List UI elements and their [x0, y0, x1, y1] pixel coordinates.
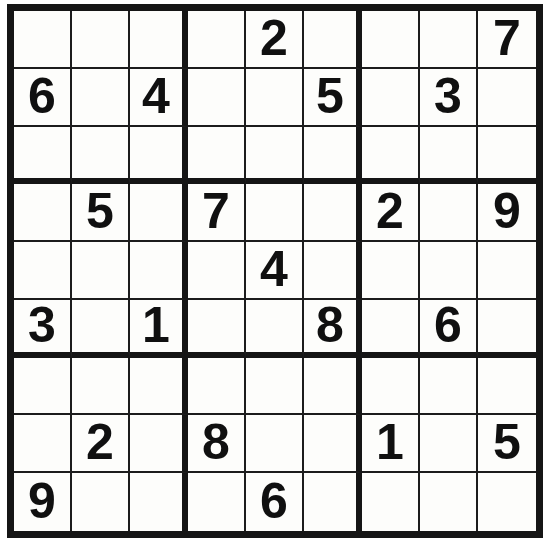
given-digit: 3 [28, 300, 56, 350]
sudoku-cell-r6c9[interactable] [478, 300, 536, 358]
sudoku-cell-r2c2[interactable] [72, 69, 130, 127]
sudoku-cell-r5c6[interactable] [304, 242, 362, 300]
sudoku-cell-r6c5[interactable] [246, 300, 304, 358]
sudoku-cell-r7c3[interactable] [130, 358, 188, 416]
given-digit: 8 [202, 417, 230, 467]
sudoku-cell-r8c4[interactable]: 8 [188, 415, 246, 473]
sudoku-cell-r3c5[interactable] [246, 127, 304, 185]
sudoku-cell-r3c3[interactable] [130, 127, 188, 185]
given-digit: 5 [86, 186, 114, 236]
given-digit: 6 [434, 300, 462, 350]
sudoku-cell-r2c1[interactable]: 6 [14, 69, 72, 127]
sudoku-cell-r9c8[interactable] [420, 473, 478, 531]
sudoku-cell-r4c4[interactable]: 7 [188, 184, 246, 242]
sudoku-cell-r7c4[interactable] [188, 358, 246, 416]
sudoku-cell-r1c7[interactable] [362, 11, 420, 69]
sudoku-cell-r5c5[interactable]: 4 [246, 242, 304, 300]
sudoku-cell-r9c6[interactable] [304, 473, 362, 531]
given-digit: 7 [493, 13, 521, 63]
sudoku-cell-r7c6[interactable] [304, 358, 362, 416]
sudoku-cell-r4c5[interactable] [246, 184, 304, 242]
sudoku-cell-r4c8[interactable] [420, 184, 478, 242]
sudoku-cell-r3c6[interactable] [304, 127, 362, 185]
sudoku-cell-r7c1[interactable] [14, 358, 72, 416]
sudoku-cell-r6c4[interactable] [188, 300, 246, 358]
sudoku-cell-r9c2[interactable] [72, 473, 130, 531]
sudoku-cell-r2c7[interactable] [362, 69, 420, 127]
sudoku-cell-r6c6[interactable]: 8 [304, 300, 362, 358]
sudoku-cell-r5c7[interactable] [362, 242, 420, 300]
sudoku-cell-r9c3[interactable] [130, 473, 188, 531]
sudoku-cell-r1c8[interactable] [420, 11, 478, 69]
given-digit: 7 [202, 186, 230, 236]
sudoku-cell-r2c3[interactable]: 4 [130, 69, 188, 127]
sudoku-cell-r8c1[interactable] [14, 415, 72, 473]
given-digit: 1 [142, 300, 170, 350]
sudoku-cell-r5c3[interactable] [130, 242, 188, 300]
sudoku-cell-r4c3[interactable] [130, 184, 188, 242]
sudoku-cell-r1c3[interactable] [130, 11, 188, 69]
sudoku-cell-r3c8[interactable] [420, 127, 478, 185]
sudoku-cell-r9c9[interactable] [478, 473, 536, 531]
sudoku-cell-r6c2[interactable] [72, 300, 130, 358]
sudoku-cell-r2c9[interactable] [478, 69, 536, 127]
sudoku-cell-r3c1[interactable] [14, 127, 72, 185]
sudoku-cell-r6c8[interactable]: 6 [420, 300, 478, 358]
sudoku-cell-r7c9[interactable] [478, 358, 536, 416]
sudoku-cell-r3c4[interactable] [188, 127, 246, 185]
sudoku-cell-r5c9[interactable] [478, 242, 536, 300]
given-digit: 4 [142, 71, 170, 121]
given-digit: 8 [316, 300, 344, 350]
sudoku-cell-r3c2[interactable] [72, 127, 130, 185]
sudoku-cell-r8c9[interactable]: 5 [478, 415, 536, 473]
sudoku-cell-r4c7[interactable]: 2 [362, 184, 420, 242]
sudoku-cell-r1c2[interactable] [72, 11, 130, 69]
sudoku-cell-r9c7[interactable] [362, 473, 420, 531]
sudoku-cell-r4c1[interactable] [14, 184, 72, 242]
sudoku-cell-r5c1[interactable] [14, 242, 72, 300]
sudoku-cell-r8c6[interactable] [304, 415, 362, 473]
sudoku-cell-r9c1[interactable]: 9 [14, 473, 72, 531]
given-digit: 5 [493, 417, 521, 467]
sudoku-cell-r7c8[interactable] [420, 358, 478, 416]
sudoku-cell-r8c7[interactable]: 1 [362, 415, 420, 473]
given-digit: 9 [28, 476, 56, 526]
sudoku-cell-r4c9[interactable]: 9 [478, 184, 536, 242]
given-digit: 6 [260, 476, 288, 526]
sudoku-cell-r5c2[interactable] [72, 242, 130, 300]
sudoku-page: 276453572943186281596 [0, 0, 550, 547]
sudoku-cell-r8c2[interactable]: 2 [72, 415, 130, 473]
sudoku-cell-r5c8[interactable] [420, 242, 478, 300]
sudoku-cell-r2c5[interactable] [246, 69, 304, 127]
given-digit: 1 [376, 417, 404, 467]
sudoku-cell-r2c8[interactable]: 3 [420, 69, 478, 127]
sudoku-cell-r2c6[interactable]: 5 [304, 69, 362, 127]
sudoku-cell-r9c4[interactable] [188, 473, 246, 531]
sudoku-cell-r1c1[interactable] [14, 11, 72, 69]
sudoku-cell-r7c7[interactable] [362, 358, 420, 416]
sudoku-cell-r1c5[interactable]: 2 [246, 11, 304, 69]
given-digit: 4 [260, 244, 288, 294]
sudoku-cell-r2c4[interactable] [188, 69, 246, 127]
sudoku-cell-r1c9[interactable]: 7 [478, 11, 536, 69]
sudoku-cell-r3c9[interactable] [478, 127, 536, 185]
sudoku-cell-r5c4[interactable] [188, 242, 246, 300]
given-digit: 2 [376, 186, 404, 236]
sudoku-cell-r3c7[interactable] [362, 127, 420, 185]
given-digit: 9 [493, 186, 521, 236]
sudoku-cell-r7c5[interactable] [246, 358, 304, 416]
given-digit: 2 [260, 13, 288, 63]
sudoku-cell-r7c2[interactable] [72, 358, 130, 416]
sudoku-cell-r8c8[interactable] [420, 415, 478, 473]
sudoku-cell-r1c4[interactable] [188, 11, 246, 69]
sudoku-cell-r6c7[interactable] [362, 300, 420, 358]
given-digit: 5 [316, 71, 344, 121]
sudoku-cell-r8c5[interactable] [246, 415, 304, 473]
given-digit: 6 [28, 71, 56, 121]
sudoku-cell-r6c3[interactable]: 1 [130, 300, 188, 358]
sudoku-cell-r9c5[interactable]: 6 [246, 473, 304, 531]
sudoku-cell-r4c6[interactable] [304, 184, 362, 242]
sudoku-board: 276453572943186281596 [7, 4, 543, 538]
sudoku-cell-r6c1[interactable]: 3 [14, 300, 72, 358]
sudoku-cell-r8c3[interactable] [130, 415, 188, 473]
given-digit: 2 [86, 417, 114, 467]
given-digit: 3 [434, 71, 462, 121]
sudoku-cell-r4c2[interactable]: 5 [72, 184, 130, 242]
sudoku-cell-r1c6[interactable] [304, 11, 362, 69]
